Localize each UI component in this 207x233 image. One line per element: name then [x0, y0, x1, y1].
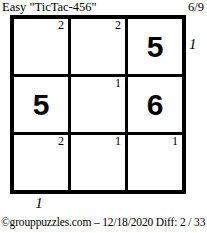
cell-r3c1[interactable]: 2: [14, 135, 68, 190]
cell-value: 5: [33, 90, 50, 120]
cell-r2c2[interactable]: 1: [71, 77, 125, 132]
cell-r3c2[interactable]: 1: [71, 135, 125, 190]
cell-r2c3[interactable]: 6: [128, 77, 182, 132]
corner-clue: 2: [58, 19, 64, 32]
corner-clue: 1: [172, 135, 178, 148]
puzzle-page: Easy "TicTac-456" 6/9 2 2 5 5 1 6 2: [0, 0, 207, 233]
tictac-board: 2 2 5 5 1 6 2 1: [10, 15, 186, 194]
cell-r2c1[interactable]: 5: [14, 77, 68, 132]
copyright-line: ©grouppuzzles.com – 12/18/2020 Diff: 2 /…: [1, 215, 206, 229]
cell-r3c3[interactable]: 1: [128, 135, 182, 190]
page-number: 6/9: [188, 0, 204, 14]
cell-r1c3[interactable]: 5: [128, 19, 182, 74]
corner-clue: 2: [115, 19, 121, 32]
puzzle-title: Easy "TicTac-456": [2, 0, 97, 14]
row-1-right-label: 1: [189, 36, 197, 53]
cell-r1c1[interactable]: 2: [14, 19, 68, 74]
header: Easy "TicTac-456" 6/9: [2, 0, 204, 14]
cell-value: 6: [147, 90, 164, 120]
cell-r1c2[interactable]: 2: [71, 19, 125, 74]
corner-clue: 2: [58, 135, 64, 148]
cell-value: 5: [147, 32, 164, 62]
corner-clue: 1: [115, 135, 121, 148]
corner-clue: 1: [115, 77, 121, 90]
col-1-bottom-label: 1: [28, 195, 50, 212]
